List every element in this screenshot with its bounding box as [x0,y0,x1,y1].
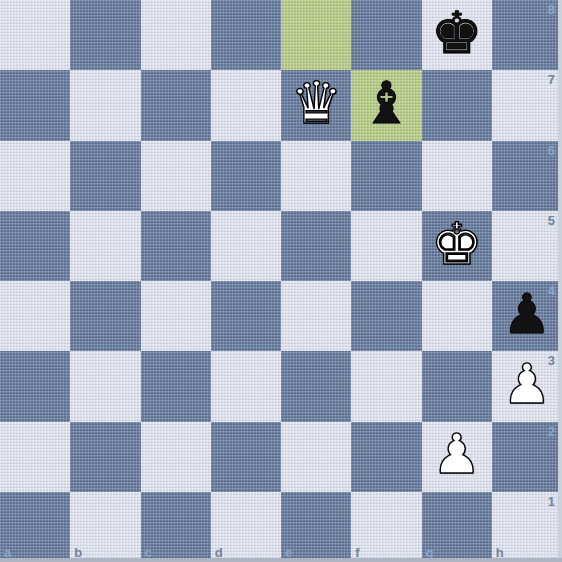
square-b5[interactable] [70,211,140,281]
square-a2[interactable] [0,422,70,492]
square-d5[interactable] [211,211,281,281]
square-c2[interactable] [141,422,211,492]
rank-label-5: 5 [548,213,555,228]
square-g4[interactable] [422,281,492,351]
square-h6[interactable]: 6 [492,141,562,211]
rank-label-6: 6 [548,143,555,158]
square-b7[interactable] [70,70,140,140]
square-d4[interactable] [211,281,281,351]
board-edge-bottom [0,558,562,562]
black-pawn[interactable]: ♟ [502,287,551,342]
square-d7[interactable] [211,70,281,140]
square-d6[interactable] [211,141,281,211]
square-a1[interactable]: a [0,492,70,562]
square-c7[interactable] [141,70,211,140]
white-pawn[interactable]: ♟ [432,427,481,482]
square-h3[interactable]: 3♟ [492,351,562,421]
square-g5[interactable]: ♚ [422,211,492,281]
square-h1[interactable]: h1 [492,492,562,562]
square-d1[interactable]: d [211,492,281,562]
square-b1[interactable]: b [70,492,140,562]
square-f1[interactable]: f [351,492,421,562]
square-c5[interactable] [141,211,211,281]
square-b2[interactable] [70,422,140,492]
square-h4[interactable]: 4♟ [492,281,562,351]
square-e7[interactable]: ♛ [281,70,351,140]
square-g8[interactable]: ♚ [422,0,492,70]
square-c4[interactable] [141,281,211,351]
square-d3[interactable] [211,351,281,421]
square-f5[interactable] [351,211,421,281]
square-h8[interactable]: 8 [492,0,562,70]
black-bishop[interactable]: ♝ [360,74,412,132]
square-b4[interactable] [70,281,140,351]
square-g3[interactable] [422,351,492,421]
square-a5[interactable] [0,211,70,281]
square-f7[interactable]: ♝ [351,70,421,140]
square-h7[interactable]: 7 [492,70,562,140]
square-g2[interactable]: ♟ [422,422,492,492]
square-g7[interactable] [422,70,492,140]
board-edge-right [558,0,562,562]
square-c6[interactable] [141,141,211,211]
square-b6[interactable] [70,141,140,211]
square-a6[interactable] [0,141,70,211]
square-a7[interactable] [0,70,70,140]
square-c1[interactable]: c [141,492,211,562]
square-h2[interactable]: 2 [492,422,562,492]
rank-label-8: 8 [548,2,555,17]
square-c3[interactable] [141,351,211,421]
white-queen[interactable]: ♛ [290,74,342,132]
white-pawn[interactable]: ♟ [502,357,551,412]
black-king[interactable]: ♚ [431,4,483,62]
square-d8[interactable] [211,0,281,70]
square-e2[interactable] [281,422,351,492]
square-a8[interactable] [0,0,70,70]
square-f8[interactable] [351,0,421,70]
square-f6[interactable] [351,141,421,211]
square-g6[interactable] [422,141,492,211]
square-c8[interactable] [141,0,211,70]
square-e1[interactable]: e [281,492,351,562]
square-h5[interactable]: 5 [492,211,562,281]
rank-label-1: 1 [548,494,555,509]
square-f4[interactable] [351,281,421,351]
square-g1[interactable]: g [422,492,492,562]
square-d2[interactable] [211,422,281,492]
square-f2[interactable] [351,422,421,492]
white-king[interactable]: ♚ [431,215,483,273]
square-e3[interactable] [281,351,351,421]
rank-label-2: 2 [548,424,555,439]
rank-label-7: 7 [548,72,555,87]
square-b8[interactable] [70,0,140,70]
chess-app: ♚8♛♝76♚54♟3♟♟2abcdefgh1 [0,0,562,562]
square-a4[interactable] [0,281,70,351]
square-b3[interactable] [70,351,140,421]
square-a3[interactable] [0,351,70,421]
square-f3[interactable] [351,351,421,421]
square-e4[interactable] [281,281,351,351]
square-e8[interactable] [281,0,351,70]
chess-board: ♚8♛♝76♚54♟3♟♟2abcdefgh1 [0,0,562,562]
square-e6[interactable] [281,141,351,211]
square-e5[interactable] [281,211,351,281]
